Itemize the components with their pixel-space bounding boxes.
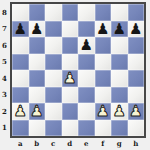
rank-label-4: 4 [0, 70, 9, 87]
white-pawn: ♟ [30, 103, 43, 119]
white-pawn: ♟ [113, 103, 126, 119]
rank-label-1: 1 [0, 120, 9, 137]
rank-label-6: 6 [0, 37, 9, 54]
square-b4[interactable] [29, 70, 46, 87]
white-pawn: ♟ [14, 103, 27, 119]
square-g3[interactable] [111, 87, 128, 104]
square-b6[interactable] [29, 37, 46, 54]
square-f7[interactable]: ♟ [95, 21, 112, 38]
square-b1[interactable] [29, 120, 46, 137]
square-a1[interactable] [12, 120, 29, 137]
white-pawn: ♟ [96, 103, 109, 119]
square-g4[interactable] [111, 70, 128, 87]
square-d8[interactable] [62, 4, 79, 21]
chess-diagram: 87654321 ♟♟♟♟♟♟♟♟♟♟♟♟ abcdefgh [0, 0, 150, 150]
white-pawn: ♟ [63, 70, 76, 86]
square-h2[interactable]: ♟ [128, 103, 145, 120]
rank-label-8: 8 [0, 4, 9, 21]
square-a4[interactable] [12, 70, 29, 87]
square-h6[interactable] [128, 37, 145, 54]
square-g5[interactable] [111, 54, 128, 71]
rank-label-5: 5 [0, 54, 9, 71]
square-a2[interactable]: ♟ [12, 103, 29, 120]
square-f1[interactable] [95, 120, 112, 137]
file-label-g: g [111, 138, 128, 149]
square-e7[interactable] [78, 21, 95, 38]
square-c5[interactable] [45, 54, 62, 71]
square-e8[interactable] [78, 4, 95, 21]
square-c6[interactable] [45, 37, 62, 54]
square-e2[interactable] [78, 103, 95, 120]
square-c2[interactable] [45, 103, 62, 120]
file-label-a: a [12, 138, 29, 149]
square-h5[interactable] [128, 54, 145, 71]
square-h4[interactable] [128, 70, 145, 87]
rank-label-7: 7 [0, 21, 9, 38]
square-c7[interactable] [45, 21, 62, 38]
file-label-e: e [78, 138, 95, 149]
square-d2[interactable] [62, 103, 79, 120]
square-f6[interactable] [95, 37, 112, 54]
file-label-c: c [45, 138, 62, 149]
black-pawn: ♟ [96, 20, 109, 36]
square-h8[interactable] [128, 4, 145, 21]
black-pawn: ♟ [80, 37, 93, 53]
file-labels: abcdefgh [12, 138, 144, 149]
rank-label-3: 3 [0, 87, 9, 104]
square-g2[interactable]: ♟ [111, 103, 128, 120]
square-d4[interactable]: ♟ [62, 70, 79, 87]
square-e1[interactable] [78, 120, 95, 137]
square-d6[interactable] [62, 37, 79, 54]
square-f2[interactable]: ♟ [95, 103, 112, 120]
black-pawn: ♟ [30, 20, 43, 36]
square-e4[interactable] [78, 70, 95, 87]
rank-labels: 87654321 [0, 4, 9, 136]
square-d7[interactable] [62, 21, 79, 38]
square-c4[interactable] [45, 70, 62, 87]
square-h1[interactable] [128, 120, 145, 137]
black-pawn: ♟ [113, 20, 126, 36]
file-label-f: f [95, 138, 112, 149]
square-f3[interactable] [95, 87, 112, 104]
file-label-h: h [128, 138, 145, 149]
white-pawn: ♟ [129, 103, 142, 119]
square-e6[interactable]: ♟ [78, 37, 95, 54]
square-e5[interactable] [78, 54, 95, 71]
rank-label-2: 2 [0, 103, 9, 120]
square-b3[interactable] [29, 87, 46, 104]
square-g6[interactable] [111, 37, 128, 54]
square-a6[interactable] [12, 37, 29, 54]
square-a5[interactable] [12, 54, 29, 71]
square-g1[interactable] [111, 120, 128, 137]
square-c8[interactable] [45, 4, 62, 21]
square-f4[interactable] [95, 70, 112, 87]
square-d3[interactable] [62, 87, 79, 104]
square-b7[interactable]: ♟ [29, 21, 46, 38]
square-b2[interactable]: ♟ [29, 103, 46, 120]
square-f8[interactable] [95, 4, 112, 21]
square-c1[interactable] [45, 120, 62, 137]
square-e3[interactable] [78, 87, 95, 104]
square-h3[interactable] [128, 87, 145, 104]
square-f5[interactable] [95, 54, 112, 71]
square-g8[interactable] [111, 4, 128, 21]
chess-board[interactable]: ♟♟♟♟♟♟♟♟♟♟♟♟ [10, 2, 146, 138]
file-label-d: d [62, 138, 79, 149]
square-g7[interactable]: ♟ [111, 21, 128, 38]
black-pawn: ♟ [129, 20, 142, 36]
square-d5[interactable] [62, 54, 79, 71]
black-pawn: ♟ [14, 20, 27, 36]
square-b8[interactable] [29, 4, 46, 21]
square-a8[interactable] [12, 4, 29, 21]
file-label-b: b [29, 138, 46, 149]
square-a7[interactable]: ♟ [12, 21, 29, 38]
square-c3[interactable] [45, 87, 62, 104]
square-b5[interactable] [29, 54, 46, 71]
square-h7[interactable]: ♟ [128, 21, 145, 38]
square-d1[interactable] [62, 120, 79, 137]
square-a3[interactable] [12, 87, 29, 104]
